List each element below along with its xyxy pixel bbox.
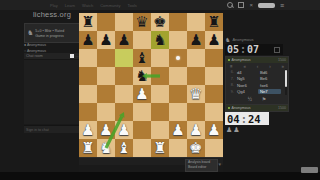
white-clock-sec: 24 xyxy=(248,113,261,125)
square-a5[interactable] xyxy=(79,67,97,85)
game-info-line2: Game in progress xyxy=(35,34,64,38)
move-white[interactable]: Nxe6 xyxy=(235,83,258,88)
bottom-band xyxy=(0,172,320,180)
square-d5[interactable]: ♞ xyxy=(133,67,151,85)
square-f1[interactable] xyxy=(169,139,187,157)
move-white[interactable]: Ng5 xyxy=(235,76,258,81)
lichess-logo[interactable]: lichess.org xyxy=(33,10,71,19)
square-a4[interactable] xyxy=(79,85,97,103)
white-rook-e1[interactable]: ♜ xyxy=(151,139,169,157)
square-e1[interactable]: ♜ xyxy=(151,139,169,157)
square-a2[interactable]: ♟ xyxy=(79,121,97,139)
chat-input-placeholder: Sign in to chat xyxy=(26,128,49,132)
move-black[interactable]: Be6 xyxy=(258,76,281,81)
square-d2[interactable] xyxy=(133,121,151,139)
square-d4[interactable]: ♟ xyxy=(133,85,151,103)
close-icon[interactable]: × xyxy=(249,2,253,8)
square-b3[interactable] xyxy=(97,103,115,121)
menu-item-learn[interactable]: Learn xyxy=(65,3,75,8)
square-d3[interactable] xyxy=(133,103,151,121)
square-h4[interactable] xyxy=(205,85,223,103)
square-a6[interactable] xyxy=(79,49,97,67)
white-player-name: Anonymous xyxy=(232,106,279,110)
move-number: 7. xyxy=(226,77,235,81)
move-number: 8. xyxy=(226,83,235,87)
move-number: 6. xyxy=(226,70,235,74)
white-player-rating: 1500 xyxy=(278,106,286,110)
black-knight-d5[interactable]: ♞ xyxy=(133,67,151,85)
chat-input[interactable]: Sign in to chat xyxy=(24,125,81,133)
square-h2[interactable]: ♟ xyxy=(205,121,223,139)
top-nav-bar: PlayLearnWatchCommunityTools × ≡ xyxy=(0,0,320,10)
square-c7[interactable]: ♟ xyxy=(115,31,133,49)
under-board-select[interactable]: Analysis boardBoard editor xyxy=(185,159,218,172)
white-player-bar[interactable]: Anonymous 1500 xyxy=(225,104,289,112)
black-pawn-h7[interactable]: ♟ xyxy=(205,31,223,49)
square-e6[interactable] xyxy=(151,49,169,67)
black-pawn-c7[interactable]: ♟ xyxy=(115,31,133,49)
black-clock-sec: 07 xyxy=(247,44,259,55)
square-g6[interactable] xyxy=(187,49,205,67)
white-king-g1[interactable]: ♚ xyxy=(187,139,205,157)
top-player-name: Anonymous xyxy=(232,37,253,42)
move-black[interactable]: Bd6 xyxy=(258,70,281,75)
top-menu: PlayLearnWatchCommunityTools xyxy=(50,0,137,10)
square-h6[interactable] xyxy=(205,49,223,67)
resign-flag-icon[interactable]: ⚑ xyxy=(262,96,266,102)
square-c2[interactable]: ♟ xyxy=(115,121,133,139)
white-pawn-a2[interactable]: ♟ xyxy=(79,121,97,139)
online-dot xyxy=(228,59,231,62)
menu-item-play[interactable]: Play xyxy=(50,3,58,8)
move-list: 6.d4Bd67.Ng5Be68.Nxe6fxe69.Qg4Ne7 xyxy=(226,69,288,95)
square-c8[interactable] xyxy=(115,13,133,31)
black-knight-e7[interactable]: ♞ xyxy=(151,31,169,49)
square-b8[interactable] xyxy=(97,13,115,31)
black-clock-min: 05 xyxy=(227,44,239,55)
chevron-down-icon[interactable]: ▾ xyxy=(218,161,221,167)
white-pawn-h2[interactable]: ♟ xyxy=(205,121,223,139)
move-row: 7.Ng5Be6 xyxy=(226,76,288,83)
move-row: 9.Qg4Ne7 xyxy=(226,89,288,96)
annotation-dot-f6 xyxy=(176,56,180,60)
app-window: PlayLearnWatchCommunityTools × ≡ lichess… xyxy=(0,0,320,180)
white-pawn-d4[interactable]: ♟ xyxy=(133,85,151,103)
square-f7[interactable] xyxy=(169,31,187,49)
menu-item-watch[interactable]: Watch xyxy=(82,3,93,8)
fullscreen-icon[interactable] xyxy=(238,2,244,8)
square-g3[interactable] xyxy=(187,103,205,121)
white-clock-active: 04:24 xyxy=(225,112,269,125)
move-nav-icon-4[interactable]: » xyxy=(281,64,284,69)
white-rook-a1[interactable]: ♜ xyxy=(79,139,97,157)
hamburger-icon[interactable]: ≡ xyxy=(280,2,284,9)
square-g1[interactable]: ♚ xyxy=(187,139,205,157)
chat-messages-area xyxy=(24,60,81,124)
move-nav-icon-3[interactable]: › xyxy=(269,64,271,69)
signin-button[interactable] xyxy=(258,3,275,8)
square-d8[interactable]: ♛ xyxy=(133,13,151,31)
square-c1[interactable]: ♝ xyxy=(115,139,133,157)
player-list: ● Anonymous○ Anonymous xyxy=(24,43,81,53)
square-f3[interactable] xyxy=(169,103,187,121)
black-player-rating: 1500 xyxy=(278,58,286,62)
square-f8[interactable] xyxy=(169,13,187,31)
white-pawn-b2[interactable]: ♟ xyxy=(97,121,115,139)
square-c5[interactable] xyxy=(115,67,133,85)
move-nav-icon-0[interactable]: ≡ xyxy=(230,64,233,69)
move-row: 8.Nxe6fxe6 xyxy=(226,82,288,89)
captured-pieces: ♟♟ xyxy=(226,126,241,134)
square-e7[interactable]: ♞ xyxy=(151,31,169,49)
square-d6[interactable]: ♝ xyxy=(133,49,151,67)
game-action-row: ½ ⚑ xyxy=(226,95,288,103)
square-d7[interactable] xyxy=(133,31,151,49)
white-pawn-c2[interactable]: ♟ xyxy=(115,121,133,139)
chat-title: Chat room xyxy=(26,54,70,58)
chat-toggle-checkbox[interactable] xyxy=(70,54,74,58)
game-info-icon: ♞ xyxy=(27,29,33,37)
square-c3[interactable] xyxy=(115,103,133,121)
square-g2[interactable]: ♟ xyxy=(187,121,205,139)
white-bishop-c1[interactable]: ♝ xyxy=(115,139,133,157)
game-info-line1: 5+0 • Blitz • Rated xyxy=(35,29,64,33)
square-b4[interactable] xyxy=(97,85,115,103)
move-row: 6.d4Bd6 xyxy=(226,69,288,76)
chat-header: Chat room … xyxy=(24,53,81,60)
topbar-icons: × ≡ xyxy=(227,0,284,10)
square-c4[interactable] xyxy=(115,85,133,103)
move-list-scrollbar[interactable] xyxy=(285,69,288,95)
black-bishop-d6[interactable]: ♝ xyxy=(133,49,151,67)
square-f2[interactable]: ♟ xyxy=(169,121,187,139)
menu-item-community[interactable]: Community xyxy=(100,3,120,8)
move-nav-icon-1[interactable]: « xyxy=(243,64,246,69)
white-pawn-g2[interactable]: ♟ xyxy=(187,121,205,139)
square-e4[interactable] xyxy=(151,85,169,103)
move-white[interactable]: d4 xyxy=(235,70,258,75)
square-a1[interactable]: ♜ xyxy=(79,139,97,157)
square-h8[interactable]: ♜ xyxy=(205,13,223,31)
white-queen-g4[interactable]: ♛ xyxy=(187,85,205,103)
square-g5[interactable] xyxy=(187,67,205,85)
square-b5[interactable] xyxy=(97,67,115,85)
square-b1[interactable]: ♞ xyxy=(97,139,115,157)
square-a8[interactable]: ♜ xyxy=(79,13,97,31)
square-c6[interactable] xyxy=(115,49,133,67)
square-h1[interactable] xyxy=(205,139,223,157)
top-player-icon: ♞ xyxy=(225,36,230,43)
square-f4[interactable] xyxy=(169,85,187,103)
square-e3[interactable] xyxy=(151,103,169,121)
square-e8[interactable]: ♚ xyxy=(151,13,169,31)
white-pawn-f2[interactable]: ♟ xyxy=(169,121,187,139)
black-king-e8[interactable]: ♚ xyxy=(151,13,169,31)
square-h3[interactable] xyxy=(205,103,223,121)
black-clock: 05:07 xyxy=(225,44,283,55)
top-player-row[interactable]: ♞ Anonymous xyxy=(225,36,254,43)
black-pawn-a7[interactable]: ♟ xyxy=(79,31,97,49)
square-h7[interactable]: ♟ xyxy=(205,31,223,49)
online-dot xyxy=(228,107,231,110)
square-a7[interactable]: ♟ xyxy=(79,31,97,49)
square-b2[interactable]: ♟ xyxy=(97,121,115,139)
chess-board[interactable]: ♜♛♚♜♟♟♟♞♟♟♝♞♟♛♟♟♟♟♟♟♜♞♝♜♚ xyxy=(79,13,223,157)
move-black[interactable]: fxe6 xyxy=(258,83,281,88)
watermark xyxy=(301,167,318,173)
square-g4[interactable]: ♛ xyxy=(187,85,205,103)
move-list-box: Anonymous 1500 ≡«‹›» 6.d4Bd67.Ng5Be68.Nx… xyxy=(225,56,289,106)
move-black[interactable]: Ne7 xyxy=(258,89,281,94)
menu-item-tools[interactable]: Tools xyxy=(127,3,136,8)
offer-draw-button[interactable]: ½ xyxy=(248,96,252,102)
move-number: 9. xyxy=(226,90,235,94)
scrollbar-thumb[interactable] xyxy=(285,70,288,87)
under-board-option-1[interactable]: Board editor xyxy=(188,166,217,170)
game-info-box: ♞ 5+0 • Blitz • Rated Game in progress xyxy=(24,23,83,43)
white-knight-b1[interactable]: ♞ xyxy=(97,139,115,157)
clock-settings-icon[interactable] xyxy=(274,47,280,53)
square-b6[interactable] xyxy=(97,49,115,67)
black-pawn-g7[interactable]: ♟ xyxy=(187,31,205,49)
square-g7[interactable]: ♟ xyxy=(187,31,205,49)
move-nav-icon-2[interactable]: ‹ xyxy=(257,64,259,69)
under-board-bar: Analysis boardBoard editor ▾ xyxy=(79,157,223,172)
square-g8[interactable] xyxy=(187,13,205,31)
square-b7[interactable]: ♟ xyxy=(97,31,115,49)
black-player-name: Anonymous xyxy=(232,58,279,62)
white-clock-min: 04 xyxy=(227,113,240,125)
black-pawn-b7[interactable]: ♟ xyxy=(97,31,115,49)
square-f6[interactable] xyxy=(169,49,187,67)
square-a3[interactable] xyxy=(79,103,97,121)
square-d1[interactable] xyxy=(133,139,151,157)
sidebar-player-0[interactable]: ● Anonymous xyxy=(24,43,81,48)
square-f5[interactable] xyxy=(169,67,187,85)
black-queen-d8[interactable]: ♛ xyxy=(133,13,151,31)
black-rook-a8[interactable]: ♜ xyxy=(79,13,97,31)
search-icon[interactable] xyxy=(227,2,233,8)
square-h5[interactable] xyxy=(205,67,223,85)
square-e2[interactable] xyxy=(151,121,169,139)
move-white[interactable]: Qg4 xyxy=(235,89,258,94)
black-rook-h8[interactable]: ♜ xyxy=(205,13,223,31)
square-e5[interactable] xyxy=(151,67,169,85)
